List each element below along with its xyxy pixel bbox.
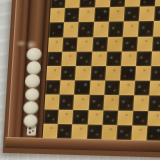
board-square-r9c8[interactable] <box>148 111 160 126</box>
board-square-r8c6[interactable] <box>118 95 134 110</box>
board-square-r6c5[interactable] <box>105 66 121 81</box>
board-square-r5c2[interactable] <box>62 51 78 66</box>
tray-disc-4[interactable] <box>24 88 39 102</box>
board-square-r6c4[interactable] <box>90 66 106 81</box>
board-square-r5c8[interactable] <box>151 51 160 66</box>
board-square-r9c1[interactable] <box>44 109 59 124</box>
board-square-r8c1[interactable] <box>44 95 59 110</box>
board-square-r2c8[interactable] <box>154 6 160 21</box>
board-square-r9c3[interactable] <box>73 109 89 124</box>
board-frame-bottom-rail <box>5 137 160 154</box>
board-square-r1c1[interactable] <box>51 0 66 8</box>
board-square-r10c5[interactable] <box>101 125 117 140</box>
board-square-r2c5[interactable] <box>109 7 125 22</box>
board-square-r4c8[interactable] <box>152 36 160 51</box>
board-square-r4c4[interactable] <box>92 37 108 52</box>
board-square-r7c2[interactable] <box>60 80 76 95</box>
board-square-r7c6[interactable] <box>119 81 135 96</box>
board-square-r7c7[interactable] <box>134 81 150 96</box>
board-square-r5c3[interactable] <box>76 51 92 66</box>
board-square-r5c7[interactable] <box>136 51 152 66</box>
board-square-r6c2[interactable] <box>61 66 77 81</box>
board-square-r2c2[interactable] <box>64 8 80 23</box>
board-square-r8c8[interactable] <box>149 96 160 111</box>
board-square-r2c1[interactable] <box>50 8 65 23</box>
board-square-r7c5[interactable] <box>104 81 120 96</box>
board-square-r3c5[interactable] <box>108 22 124 37</box>
board-square-r4c7[interactable] <box>137 36 153 51</box>
board-square-r8c5[interactable] <box>103 95 119 110</box>
board-square-r4c2[interactable] <box>62 37 78 52</box>
board-square-r5c5[interactable] <box>106 51 122 66</box>
board-square-r6c8[interactable] <box>151 66 160 81</box>
board-square-r8c4[interactable] <box>88 95 104 110</box>
board-square-r10c4[interactable] <box>86 124 102 139</box>
board-square-r4c6[interactable] <box>122 36 138 51</box>
board-square-r6c7[interactable] <box>135 66 151 81</box>
board-square-r7c8[interactable] <box>150 81 160 96</box>
photo-scene <box>0 0 160 160</box>
board-square-r9c2[interactable] <box>58 109 73 124</box>
board-square-r2c4[interactable] <box>94 7 110 22</box>
board-square-r9c5[interactable] <box>102 110 118 125</box>
tray-disc-3[interactable] <box>25 74 40 88</box>
board-square-r5c4[interactable] <box>91 51 107 66</box>
board-square-r10c3[interactable] <box>72 124 88 139</box>
board-square-r8c2[interactable] <box>59 95 74 110</box>
board-square-r6c1[interactable] <box>46 66 61 80</box>
board-square-r3c3[interactable] <box>78 22 94 37</box>
board-square-r7c3[interactable] <box>74 80 90 95</box>
board-square-r9c4[interactable] <box>87 110 103 125</box>
board-grid <box>43 0 160 141</box>
board-square-r3c6[interactable] <box>123 22 139 37</box>
board-square-r2c6[interactable] <box>124 7 140 22</box>
board-square-r7c1[interactable] <box>45 80 60 95</box>
tray-disc-5[interactable] <box>23 101 38 115</box>
board-square-r10c8[interactable] <box>147 125 160 140</box>
board-square-r3c2[interactable] <box>63 22 79 37</box>
board-square-r2c3[interactable] <box>79 8 95 23</box>
board-square-r7c4[interactable] <box>89 81 105 96</box>
board-square-r5c1[interactable] <box>47 52 62 66</box>
board-square-r3c8[interactable] <box>153 21 160 36</box>
draughts-board <box>3 0 160 160</box>
board-square-r6c3[interactable] <box>75 66 91 81</box>
board-square-r10c6[interactable] <box>116 125 132 140</box>
board-square-r3c4[interactable] <box>93 22 109 37</box>
tray-disc-1[interactable] <box>26 48 41 62</box>
board-square-r2c7[interactable] <box>139 6 155 21</box>
board-square-r9c7[interactable] <box>132 110 148 125</box>
board-square-r9c6[interactable] <box>117 110 133 125</box>
board-square-r8c3[interactable] <box>73 95 89 110</box>
board-square-r8c7[interactable] <box>133 96 149 111</box>
board-square-r6c6[interactable] <box>120 66 136 81</box>
board-square-r10c2[interactable] <box>57 124 72 139</box>
tray-disc-2[interactable] <box>26 61 41 75</box>
board-square-r10c7[interactable] <box>131 125 147 140</box>
board-square-r4c1[interactable] <box>48 37 63 52</box>
board-square-r4c5[interactable] <box>107 37 123 52</box>
board-square-r3c7[interactable] <box>138 21 154 36</box>
board-square-r4c3[interactable] <box>77 37 93 52</box>
board-square-r10c1[interactable] <box>43 123 58 138</box>
board-square-r3c1[interactable] <box>49 23 64 38</box>
board-square-r5c6[interactable] <box>121 51 137 66</box>
